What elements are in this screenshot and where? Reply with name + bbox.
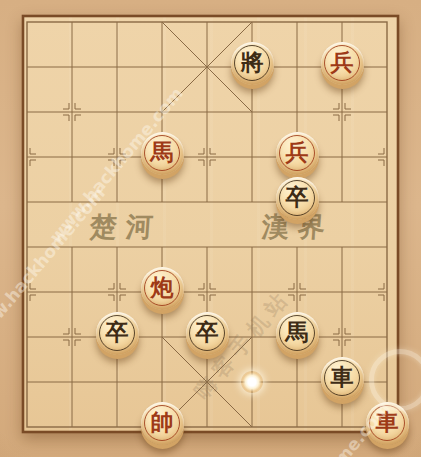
piece-black-horse[interactable]: 馬 [276,312,319,355]
piece-glyph: 車 [331,366,354,389]
piece-glyph: 帥 [151,411,174,434]
piece-red-horse[interactable]: 馬 [141,132,184,175]
piece-glyph: 卒 [106,321,129,344]
piece-glyph: 卒 [286,186,309,209]
piece-glyph: 兵 [331,51,354,74]
piece-glyph: 兵 [286,141,309,164]
piece-layer: 將兵馬兵卒炮卒卒馬車帥車 [5,0,410,450]
piece-black-chariot[interactable]: 車 [321,357,364,400]
piece-black-soldier[interactable]: 卒 [96,312,139,355]
piece-glyph: 將 [241,51,264,74]
piece-glyph: 馬 [151,141,174,164]
piece-black-general[interactable]: 將 [231,42,274,85]
piece-glyph: 卒 [196,321,219,344]
hint-glow-dot[interactable] [241,371,263,393]
piece-red-general[interactable]: 帥 [141,402,184,445]
piece-red-soldier[interactable]: 兵 [276,132,319,175]
xiangqi-board: 楚河 漢界 將兵馬兵卒炮卒卒馬車帥車 www.hackhome.com www.… [0,0,421,457]
piece-red-cannon[interactable]: 炮 [141,267,184,310]
piece-glyph: 馬 [286,321,309,344]
piece-black-soldier[interactable]: 卒 [186,312,229,355]
piece-glyph: 車 [376,411,399,434]
piece-black-soldier[interactable]: 卒 [276,177,319,220]
piece-red-soldier[interactable]: 兵 [321,42,364,85]
piece-glyph: 炮 [151,276,174,299]
